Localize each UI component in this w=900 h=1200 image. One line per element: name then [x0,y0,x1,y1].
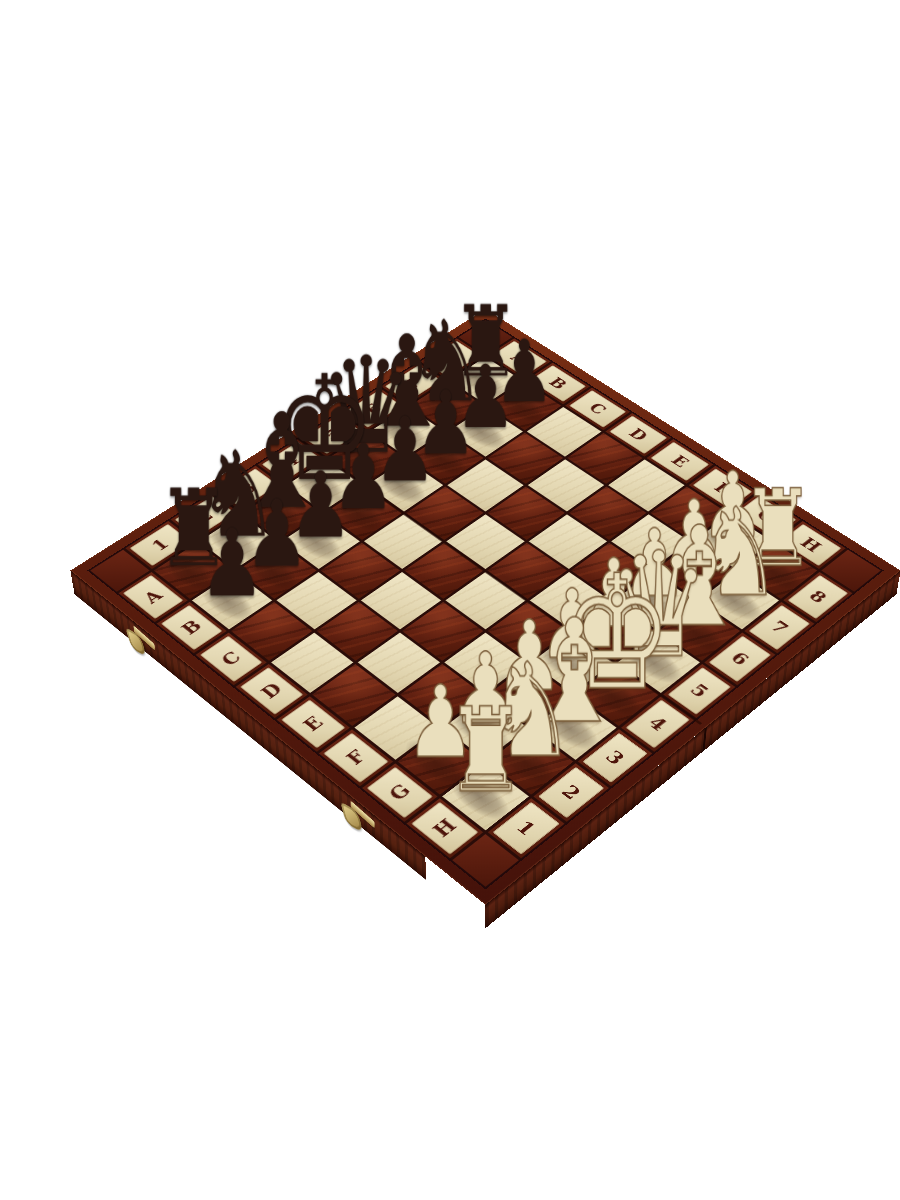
coordinate-label: E [668,453,692,469]
coordinate-label: 3 [602,748,628,768]
file-label-g: G [367,767,433,818]
coordinate-label: C [218,649,244,668]
coordinate-label: 1 [513,818,540,839]
product-photo: ABCDEFGH8♜♟♟♜87♞♟♟♞76♝♟♟♝65♛♟♟♛54♚♟♟♚43♝… [0,0,900,1200]
chess-board: ABCDEFGH8♜♟♟♜87♞♟♟♞76♝♟♟♝65♛♟♟♛54♚♟♟♚43♝… [87,319,883,890]
fold-seam-side [703,726,707,751]
piece-dark-pawn[interactable]: ♟ [199,517,264,610]
coordinate-label: 8 [806,588,830,605]
coordinate-label: D [626,426,651,443]
coordinate-label: 2 [558,782,584,802]
coordinate-label: A [141,588,166,606]
coordinate-label: B [178,618,205,637]
square-b1[interactable]: ♟ [192,572,272,629]
coordinate-label: D [258,680,286,701]
file-label-c: C [200,636,262,682]
coordinate-label: H [430,816,460,840]
coordinate-label: F [343,748,369,768]
coordinate-label: 4 [645,714,670,733]
piece-light-rook[interactable]: ♜ [445,693,526,809]
rank-label-6: 6 [709,636,771,682]
rank-label-3: 3 [582,733,647,783]
coordinate-label: E [300,714,326,734]
chess-box: ABCDEFGH8♜♟♟♜87♞♟♟♞76♝♟♟♝65♛♟♟♛54♚♟♟♚43♝… [70,309,900,905]
board-top-face: ABCDEFGH8♜♟♟♜87♞♟♟♞76♝♟♟♝65♛♟♟♛54♚♟♟♚43♝… [70,309,900,905]
coordinate-label: 5 [687,681,712,700]
coordinate-label: 6 [728,650,753,668]
coordinate-label: G [385,781,414,803]
coordinate-label: C [586,401,610,417]
coordinate-label: 7 [767,618,791,636]
